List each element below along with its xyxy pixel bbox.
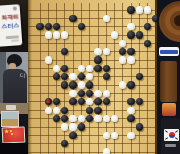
stone-black [78,23,85,30]
score-widget [159,47,179,56]
stone-black [94,56,101,63]
wooden-table-edge [160,61,177,102]
stone-white [103,15,110,22]
stone-black [61,73,68,80]
stone-black [127,6,134,13]
korea-flag-trigram [175,130,178,132]
table-papers [6,105,16,110]
photo-caption-text: 디 [20,72,25,78]
grid-line-horizontal [28,143,156,144]
left-video-strip: 화재배 스터스 디 ★ [0,0,28,154]
stone-white [69,115,76,122]
korea-flag-trigram [175,137,178,139]
grid-line-horizontal [28,135,156,136]
stone-black [61,115,68,122]
stone-white [103,48,110,55]
korea-flag-trigram [165,130,168,132]
stone-white [103,90,110,97]
stone-white [144,6,151,13]
china-flag: ★ [2,126,26,143]
stone-black [144,40,151,47]
stone-white [69,73,76,80]
stone-black [144,23,151,30]
stone-black [61,107,68,114]
korean-player-card [161,118,180,154]
broadcast-screenshot: 화재배 스터스 디 ★ [0,0,180,154]
stone-white [78,115,85,122]
stone-white [111,132,118,139]
stone-white [86,73,93,80]
stone-black [127,48,134,55]
score-widget-stripe [160,50,178,54]
stone-black [61,140,68,147]
stone-black [53,115,60,122]
grid-line-horizontal [28,152,156,153]
stone-black [136,31,143,38]
stone-black [136,123,143,130]
banner-title-line1: 화재배 [2,13,19,22]
stone-black [86,107,93,114]
stone-black [36,23,43,30]
player-video-feed: 디 [0,52,28,114]
stone-black [136,73,143,80]
stone-black [69,15,76,22]
stone-white [103,115,110,122]
tournament-banner: 화재배 스터스 [0,4,22,47]
stone-white [53,65,60,72]
china-flag-ministar [10,130,12,132]
stone-white [61,123,68,130]
banner-title-line2: 스터스 [1,22,19,32]
stone-black [69,132,76,139]
stone-white [94,115,101,122]
stone-black [103,98,110,105]
stone-black [127,81,134,88]
stone-black [61,65,68,72]
grid-line-horizontal [28,18,156,19]
stone-black [86,90,93,97]
stone-black [78,73,85,80]
stone-black [53,98,60,105]
stone-black [61,81,68,88]
stone-white [119,81,126,88]
stone-white [61,31,68,38]
banner-subtext-bar2 [11,39,19,42]
china-flag-star-icon: ★ [4,127,10,134]
stone-black [78,98,85,105]
stone-black [86,81,93,88]
stone-white [136,6,143,13]
stone-black [127,31,134,38]
stone-white [69,90,76,97]
go-board [28,0,157,154]
stone-black [94,107,101,114]
stone-black [103,65,110,72]
korean-card-text-bar [165,144,176,147]
grid-line-horizontal [28,43,156,44]
stone-white [94,90,101,97]
go-stone-bowl [159,1,180,42]
stone-white [78,81,85,88]
stone-white [53,107,60,114]
stone-black [69,98,76,105]
korea-flag-taeguk-icon [169,132,175,138]
stone-white [111,115,118,122]
small-video-widget [162,103,176,116]
stone-white [103,132,110,139]
stone-black [78,90,85,97]
stone-white [69,123,76,130]
korea-flag [164,129,179,141]
china-flag-ministar [11,133,13,135]
stone-black [127,115,134,122]
stone-black [78,123,85,130]
stone-white [45,107,52,114]
stone-white [111,31,118,38]
left-strip-bottom [0,143,28,154]
stone-black [94,98,101,105]
stone-black [86,115,93,122]
stone-black [53,23,60,30]
stone-black [61,48,68,55]
stone-black [69,81,76,88]
stone-white [127,107,134,114]
stone-black [119,48,126,55]
stone-black [127,98,134,105]
stone-white [94,48,101,55]
stone-black [136,98,143,105]
stone-white [78,65,85,72]
right-side-strip [157,0,180,154]
stone-white [119,56,126,63]
stone-white [127,23,134,30]
stone-white [127,132,134,139]
stone-black [45,23,52,30]
stone-white [86,65,93,72]
last-move-marker-icon [46,99,50,103]
grid-line-horizontal [28,51,156,52]
stone-white [127,56,134,63]
stone-bowl-highlight-box [1,111,19,127]
stone-white [45,56,52,63]
korea-flag-trigram [165,137,168,139]
stone-black [53,73,60,80]
stone-white [103,148,110,154]
banner-logo-icon [13,6,17,10]
stone-white [53,31,60,38]
stone-white [45,31,52,38]
stone-white [119,40,126,47]
banner-subtext-bar [6,35,19,38]
stone-black [103,73,110,80]
stone-black [94,65,101,72]
stone-white [86,98,93,105]
